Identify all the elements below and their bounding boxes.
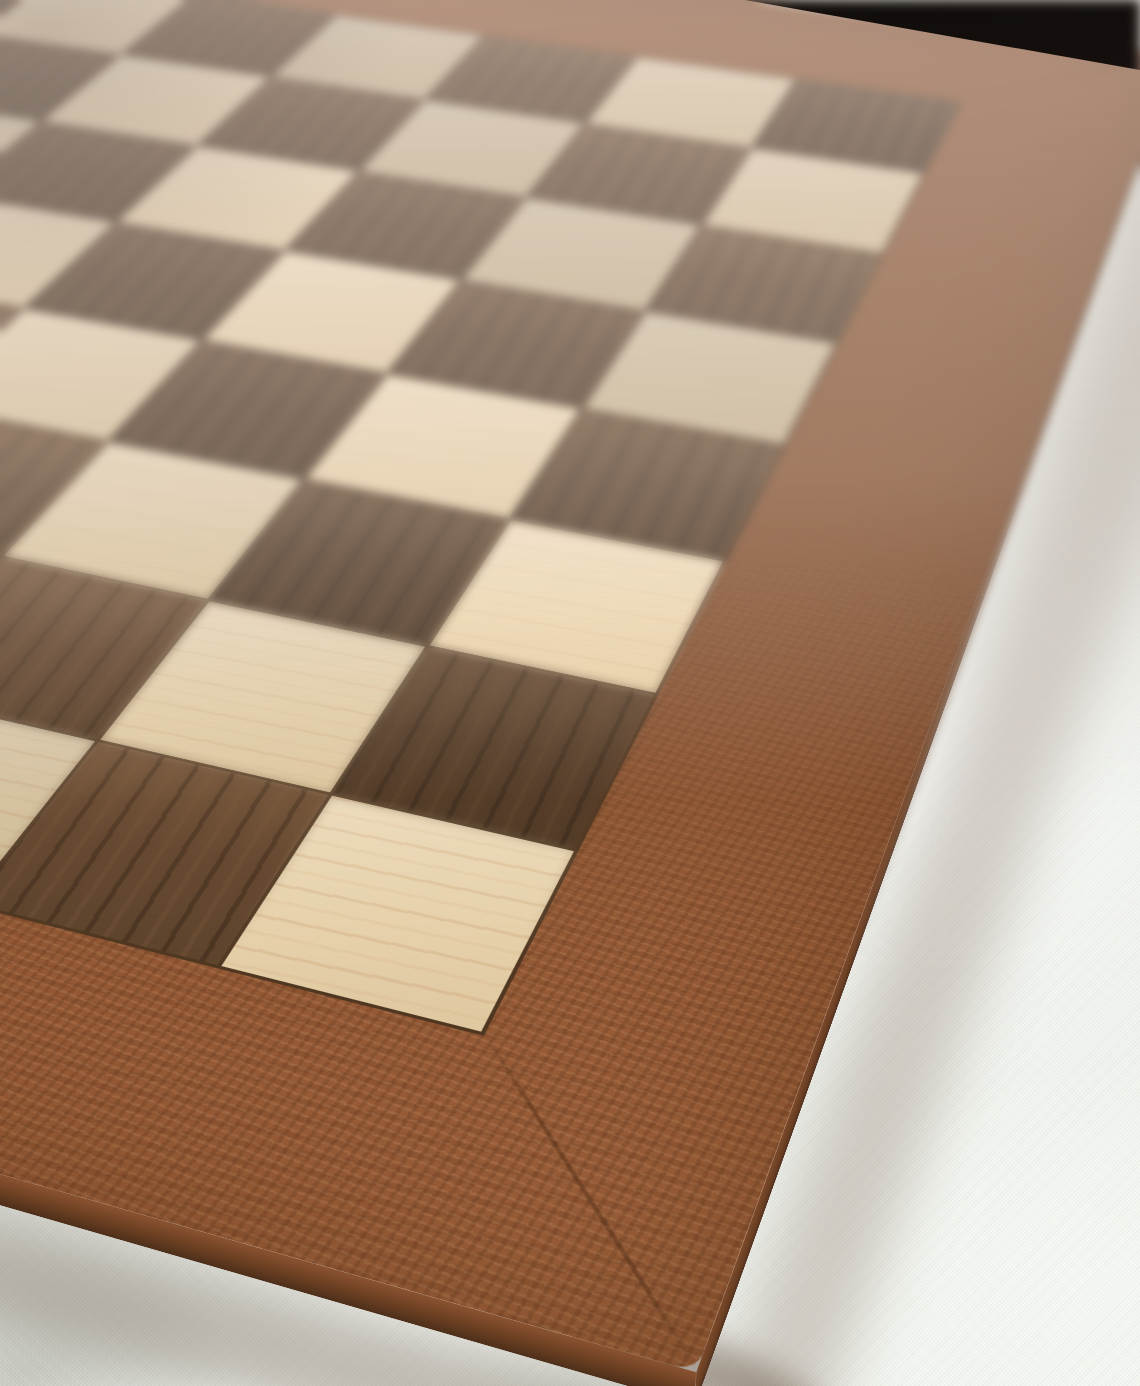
square-f4: [110, 341, 385, 478]
square-h2: [333, 648, 654, 849]
square-g4: [306, 374, 579, 517]
square-e4: [0, 309, 200, 440]
playing-area: [0, 0, 962, 1036]
square-g3: [211, 480, 507, 644]
square-h4: [512, 409, 783, 559]
square-g2: [101, 602, 425, 792]
square-g1: [0, 742, 328, 965]
photo-scene: [0, 0, 1140, 1386]
square-e3: [0, 406, 106, 555]
square-h3: [429, 520, 723, 693]
square-f1: [0, 691, 96, 902]
square-f2: [0, 558, 206, 739]
square-h1: [221, 795, 574, 1031]
square-h5: [584, 312, 835, 444]
square-f3: [3, 442, 302, 599]
